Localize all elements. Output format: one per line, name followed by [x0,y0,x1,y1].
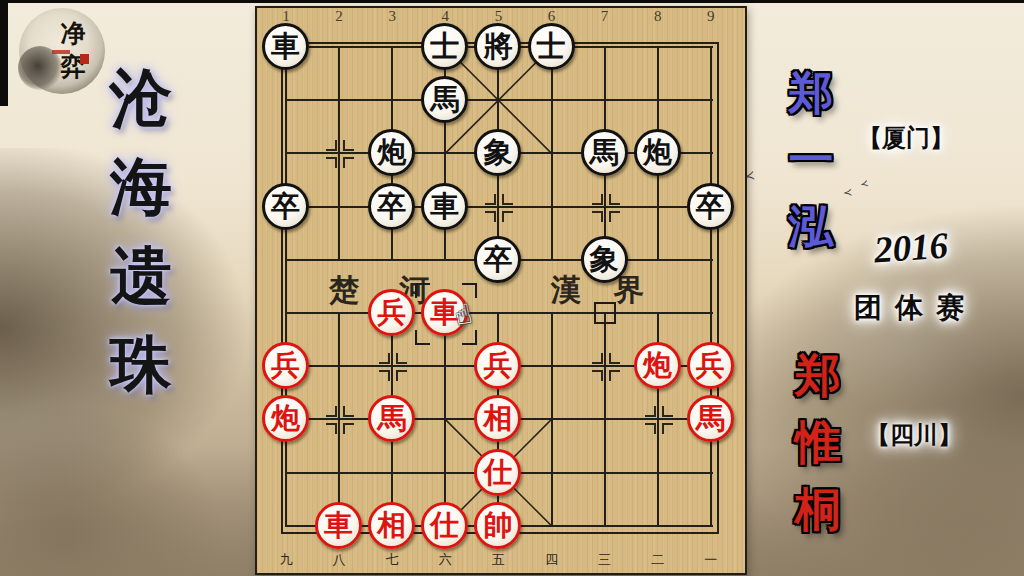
selection-bracket-marker [415,330,430,345]
file-number-bottom: 二 [647,552,669,568]
piece-red-車[interactable]: 車 [315,502,362,549]
file-number-top: 6 [541,8,563,24]
file-number-bottom: 五 [487,552,509,568]
red-seal-icon [80,54,89,64]
piece-black-車[interactable]: 車 [421,183,468,230]
event-name: 团体赛 [854,289,977,327]
piece-red-兵[interactable]: 兵 [368,289,415,336]
bird-icon: ≺ [842,186,853,200]
selection-bracket-marker [462,283,477,298]
file-number-bottom: 三 [594,552,616,568]
piece-red-仕[interactable]: 仕 [474,449,521,496]
piece-black-卒[interactable]: 卒 [687,183,734,230]
black-player-team: 【厦门】 [858,122,954,154]
piece-red-帥[interactable]: 帥 [474,502,521,549]
piece-red-炮[interactable]: 炮 [634,342,681,389]
file-number-top: 2 [328,8,350,24]
file-number-top: 3 [381,8,403,24]
file-number-bottom: 九 [275,552,297,568]
file-number-top: 1 [275,8,297,24]
piece-black-車[interactable]: 車 [262,23,309,70]
last-move-square-marker [594,302,616,324]
piece-black-炮[interactable]: 炮 [634,129,681,176]
piece-red-兵[interactable]: 兵 [262,342,309,389]
piece-red-相[interactable]: 相 [368,502,415,549]
piece-black-象[interactable]: 象 [581,236,628,283]
red-player-name: 郑惟桐 [792,342,844,543]
file-number-top: 4 [434,8,456,24]
file-number-bottom: 六 [434,552,456,568]
video-title: 沧海遗珠 [104,54,178,410]
piece-red-馬[interactable]: 馬 [687,395,734,442]
file-number-bottom: 四 [541,552,563,568]
file-number-top: 8 [647,8,669,24]
piece-black-士[interactable]: 士 [421,23,468,70]
video-frame: 净弈 沧海遗珠 郑一泓 【厦门】 2016 团体赛 郑惟桐 【四川】 ≺ ≺ ≺… [0,0,1024,576]
file-number-bottom: 八 [328,552,350,568]
frame-edge-top [0,0,1024,3]
piece-red-兵[interactable]: 兵 [687,342,734,389]
piece-red-仕[interactable]: 仕 [421,502,468,549]
xiangqi-board[interactable]: 123456789 楚河 漢界 車士將士馬炮象馬炮卒卒車卒卒象兵車兵兵炮兵炮馬相… [255,6,747,575]
file-number-top: 9 [700,8,722,24]
frame-edge-left [0,0,8,106]
app-logo: 净弈 [16,4,110,100]
seal-line-icon [52,50,70,54]
piece-black-卒[interactable]: 卒 [474,236,521,283]
file-number-bottom: 一 [700,552,722,568]
piece-black-馬[interactable]: 馬 [581,129,628,176]
bird-icon: ≺ [859,177,870,190]
piece-black-卒[interactable]: 卒 [262,183,309,230]
file-number-top: 7 [594,8,616,24]
red-player-team: 【四川】 [866,419,962,451]
piece-black-卒[interactable]: 卒 [368,183,415,230]
black-player-name: 郑一泓 [786,60,836,261]
piece-black-士[interactable]: 士 [528,23,575,70]
selection-bracket-marker [462,330,477,345]
file-number-bottom: 七 [381,552,403,568]
event-year: 2016 [873,223,950,271]
file-number-top: 5 [487,8,509,24]
